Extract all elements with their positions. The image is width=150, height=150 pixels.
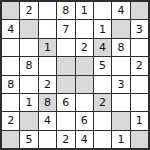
board-cell[interactable] [94, 76, 111, 93]
board-cell[interactable]: 1 [76, 2, 93, 19]
board-cell[interactable]: 8 [20, 57, 37, 74]
board-cell[interactable] [57, 57, 74, 74]
board-cell[interactable] [39, 2, 56, 19]
sudoku-x-board: 2 8 1 4 4 7 1 3 1 2 4 8 8 5 2 8 2 3 1 8 … [0, 0, 150, 150]
board-cell[interactable]: 5 [94, 57, 111, 74]
board-cell[interactable]: 1 [94, 20, 111, 37]
board-cell[interactable] [39, 57, 56, 74]
board-cell[interactable] [20, 112, 37, 129]
board-cell[interactable] [131, 94, 148, 111]
board-cell[interactable]: 2 [76, 39, 93, 56]
board-cell[interactable]: 8 [112, 39, 129, 56]
board-cell[interactable]: 2 [57, 131, 74, 148]
board-cell[interactable]: 5 [20, 131, 37, 148]
board-cell[interactable]: 1 [20, 94, 37, 111]
board-cell[interactable] [20, 39, 37, 56]
board-cell[interactable]: 8 [39, 94, 56, 111]
board-cell[interactable]: 3 [112, 76, 129, 93]
board-cell[interactable] [112, 20, 129, 37]
board-cell[interactable] [112, 94, 129, 111]
board-cell[interactable] [2, 131, 19, 148]
board-cell[interactable] [94, 112, 111, 129]
board-cell[interactable] [57, 112, 74, 129]
board-cell[interactable] [76, 57, 93, 74]
board-cell[interactable]: 4 [76, 131, 93, 148]
board-cell[interactable] [94, 131, 111, 148]
board-cell[interactable] [131, 76, 148, 93]
board-cell[interactable] [2, 57, 19, 74]
board-cell[interactable] [76, 20, 93, 37]
board-cell[interactable]: 3 [131, 20, 148, 37]
board-cell[interactable]: 4 [112, 2, 129, 19]
board-cell[interactable]: 2 [39, 76, 56, 93]
board-cell[interactable]: 4 [94, 39, 111, 56]
board-cell[interactable] [39, 131, 56, 148]
board-cell[interactable]: 1 [39, 39, 56, 56]
board-cell[interactable]: 4 [39, 112, 56, 129]
board-cell[interactable]: 8 [57, 2, 74, 19]
board-cell[interactable]: 7 [57, 20, 74, 37]
board-cell[interactable]: 1 [112, 131, 129, 148]
board-cell[interactable]: 2 [2, 112, 19, 129]
board-cell[interactable] [2, 39, 19, 56]
board-cell[interactable] [20, 20, 37, 37]
board-cell[interactable] [2, 2, 19, 19]
board-cell[interactable] [112, 57, 129, 74]
board-cell[interactable] [131, 2, 148, 19]
board-cell[interactable] [20, 76, 37, 93]
board-cell[interactable] [131, 131, 148, 148]
board-cell[interactable]: 4 [2, 20, 19, 37]
board-cell[interactable] [57, 76, 74, 93]
board-cell[interactable] [131, 39, 148, 56]
board-cell[interactable]: 2 [94, 94, 111, 111]
board-cell[interactable]: 8 [2, 76, 19, 93]
board-cell[interactable] [94, 2, 111, 19]
board-cell[interactable] [76, 94, 93, 111]
board-cell[interactable] [2, 94, 19, 111]
board-cell[interactable] [57, 39, 74, 56]
board-cell[interactable]: 2 [20, 2, 37, 19]
board-cell[interactable] [76, 76, 93, 93]
board-cell[interactable] [39, 20, 56, 37]
board-cell[interactable]: 6 [76, 112, 93, 129]
board-cell[interactable]: 1 [131, 112, 148, 129]
board-cell[interactable]: 6 [57, 94, 74, 111]
board-cell[interactable] [112, 112, 129, 129]
board-cell[interactable]: 2 [131, 57, 148, 74]
